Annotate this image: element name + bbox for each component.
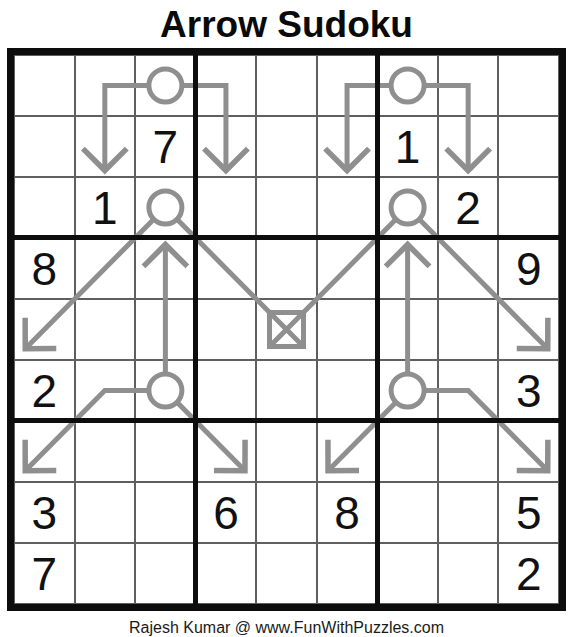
cell-r7c1[interactable] [14,421,75,482]
puzzle-title: Arrow Sudoku [0,4,573,46]
box-border-vertical-left [193,55,198,604]
cell-r4c4[interactable] [196,238,257,299]
cell-r8c7[interactable] [377,482,438,543]
given-digit-r6c1[interactable]: 2 [14,360,75,421]
cell-r1c2[interactable] [75,55,136,116]
cell-r2c2[interactable] [75,116,136,177]
cell-r2c8[interactable] [438,116,499,177]
cell-r4c7[interactable] [377,238,438,299]
cell-r3c9[interactable] [498,177,559,238]
cell-r7c7[interactable] [377,421,438,482]
box-border-horizontal-top [14,235,559,240]
cell-r6c2[interactable] [75,360,136,421]
cell-r1c3[interactable] [135,55,196,116]
cell-r7c4[interactable] [196,421,257,482]
cell-r6c4[interactable] [196,360,257,421]
cell-r5c3[interactable] [135,299,196,360]
given-digit-r9c1[interactable]: 7 [14,543,75,604]
cell-r6c7[interactable] [377,360,438,421]
given-digit-r6c9[interactable]: 3 [498,360,559,421]
cell-r4c6[interactable] [317,238,378,299]
cell-r8c8[interactable] [438,482,499,543]
given-digit-r8c1[interactable]: 3 [14,482,75,543]
cell-r6c8[interactable] [438,360,499,421]
cell-r8c2[interactable] [75,482,136,543]
cell-r9c6[interactable] [317,543,378,604]
given-digit-r8c6[interactable]: 8 [317,482,378,543]
cell-r7c2[interactable] [75,421,136,482]
given-digit-r3c8[interactable]: 2 [438,177,499,238]
given-digit-r2c3[interactable]: 7 [135,116,196,177]
cell-r1c1[interactable] [14,55,75,116]
cell-r8c3[interactable] [135,482,196,543]
cell-r7c3[interactable] [135,421,196,482]
cell-r4c3[interactable] [135,238,196,299]
cell-r3c3[interactable] [135,177,196,238]
cell-r5c4[interactable] [196,299,257,360]
cell-r1c9[interactable] [498,55,559,116]
cell-r9c5[interactable] [256,543,317,604]
cell-r5c6[interactable] [317,299,378,360]
cell-r7c6[interactable] [317,421,378,482]
cell-r8c5[interactable] [256,482,317,543]
cell-r5c5[interactable] [256,299,317,360]
given-digit-r9c9[interactable]: 2 [498,543,559,604]
page: Arrow Sudoku 71128923368572 Rajesh Kumar… [0,4,573,637]
cell-r4c2[interactable] [75,238,136,299]
cell-r9c2[interactable] [75,543,136,604]
cell-r3c4[interactable] [196,177,257,238]
cell-r5c1[interactable] [14,299,75,360]
cell-r4c8[interactable] [438,238,499,299]
cell-r5c7[interactable] [377,299,438,360]
cell-r1c5[interactable] [256,55,317,116]
cell-r3c5[interactable] [256,177,317,238]
box-border-vertical-right [375,55,380,604]
cell-r5c2[interactable] [75,299,136,360]
cell-r2c6[interactable] [317,116,378,177]
cell-r7c9[interactable] [498,421,559,482]
cell-grid: 71128923368572 [14,55,559,604]
given-digit-r8c4[interactable]: 6 [196,482,257,543]
cell-r7c8[interactable] [438,421,499,482]
cell-r7c5[interactable] [256,421,317,482]
cell-r1c6[interactable] [317,55,378,116]
cell-r6c6[interactable] [317,360,378,421]
cell-r2c1[interactable] [14,116,75,177]
cell-r9c7[interactable] [377,543,438,604]
cell-r4c5[interactable] [256,238,317,299]
cell-r1c8[interactable] [438,55,499,116]
cell-r5c9[interactable] [498,299,559,360]
cell-r2c9[interactable] [498,116,559,177]
credit-line: Rajesh Kumar @ www.FunWithPuzzles.com [0,619,573,637]
cell-r9c4[interactable] [196,543,257,604]
cell-r6c5[interactable] [256,360,317,421]
cell-r2c5[interactable] [256,116,317,177]
box-border-horizontal-bottom [14,418,559,423]
cell-r5c8[interactable] [438,299,499,360]
given-digit-r3c2[interactable]: 1 [75,177,136,238]
cell-r3c1[interactable] [14,177,75,238]
given-digit-r4c9[interactable]: 9 [498,238,559,299]
cell-r9c3[interactable] [135,543,196,604]
cell-r3c6[interactable] [317,177,378,238]
cell-r2c4[interactable] [196,116,257,177]
given-digit-r8c9[interactable]: 5 [498,482,559,543]
cell-r1c7[interactable] [377,55,438,116]
sudoku-board: 71128923368572 [7,48,566,611]
given-digit-r4c1[interactable]: 8 [14,238,75,299]
given-digit-r2c7[interactable]: 1 [377,116,438,177]
cell-r1c4[interactable] [196,55,257,116]
cell-r9c8[interactable] [438,543,499,604]
cell-r3c7[interactable] [377,177,438,238]
cell-r6c3[interactable] [135,360,196,421]
